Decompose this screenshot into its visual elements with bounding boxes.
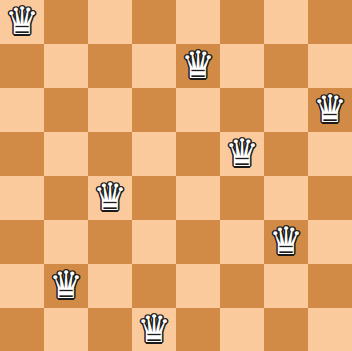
square-h4[interactable]: [308, 176, 352, 220]
square-e4[interactable]: [176, 176, 220, 220]
square-h6[interactable]: ♛: [308, 88, 352, 132]
white-queen: ♛: [269, 219, 303, 263]
square-d2[interactable]: [132, 264, 176, 308]
square-c3[interactable]: [88, 220, 132, 264]
square-d4[interactable]: [132, 176, 176, 220]
square-e2[interactable]: [176, 264, 220, 308]
square-f1[interactable]: [220, 308, 264, 351]
square-a3[interactable]: [0, 220, 44, 264]
square-a6[interactable]: [0, 88, 44, 132]
square-g3[interactable]: ♛: [264, 220, 308, 264]
square-g8[interactable]: [264, 0, 308, 44]
square-c6[interactable]: [88, 88, 132, 132]
square-g5[interactable]: [264, 132, 308, 176]
square-f3[interactable]: [220, 220, 264, 264]
square-f2[interactable]: [220, 264, 264, 308]
square-f8[interactable]: [220, 0, 264, 44]
white-queen: ♛: [313, 87, 347, 131]
white-queen: ♛: [181, 43, 215, 87]
square-d3[interactable]: [132, 220, 176, 264]
square-c4[interactable]: ♛: [88, 176, 132, 220]
square-a2[interactable]: [0, 264, 44, 308]
square-d1[interactable]: ♛: [132, 308, 176, 351]
square-e1[interactable]: [176, 308, 220, 351]
square-e3[interactable]: [176, 220, 220, 264]
square-f7[interactable]: [220, 44, 264, 88]
square-b5[interactable]: [44, 132, 88, 176]
square-e5[interactable]: [176, 132, 220, 176]
square-a8[interactable]: ♛: [0, 0, 44, 44]
square-b1[interactable]: [44, 308, 88, 351]
white-queen: ♛: [5, 0, 39, 43]
square-h1[interactable]: [308, 308, 352, 351]
square-f5[interactable]: ♛: [220, 132, 264, 176]
square-c7[interactable]: [88, 44, 132, 88]
square-h7[interactable]: [308, 44, 352, 88]
square-a1[interactable]: [0, 308, 44, 351]
chessboard: ♛♛♛♛♛♛♛♛: [0, 0, 352, 351]
square-b8[interactable]: [44, 0, 88, 44]
square-a4[interactable]: [0, 176, 44, 220]
square-d8[interactable]: [132, 0, 176, 44]
square-b6[interactable]: [44, 88, 88, 132]
square-a7[interactable]: [0, 44, 44, 88]
square-d5[interactable]: [132, 132, 176, 176]
square-h8[interactable]: [308, 0, 352, 44]
square-b7[interactable]: [44, 44, 88, 88]
square-g4[interactable]: [264, 176, 308, 220]
square-d7[interactable]: [132, 44, 176, 88]
square-e6[interactable]: [176, 88, 220, 132]
white-queen: ♛: [49, 263, 83, 307]
square-b3[interactable]: [44, 220, 88, 264]
square-c5[interactable]: [88, 132, 132, 176]
square-e7[interactable]: ♛: [176, 44, 220, 88]
square-f4[interactable]: [220, 176, 264, 220]
white-queen: ♛: [137, 307, 171, 351]
square-b2[interactable]: ♛: [44, 264, 88, 308]
square-a5[interactable]: [0, 132, 44, 176]
square-h2[interactable]: [308, 264, 352, 308]
square-c2[interactable]: [88, 264, 132, 308]
square-h5[interactable]: [308, 132, 352, 176]
square-g1[interactable]: [264, 308, 308, 351]
square-g6[interactable]: [264, 88, 308, 132]
white-queen: ♛: [93, 175, 127, 219]
square-g2[interactable]: [264, 264, 308, 308]
square-b4[interactable]: [44, 176, 88, 220]
square-c1[interactable]: [88, 308, 132, 351]
white-queen: ♛: [225, 131, 259, 175]
square-d6[interactable]: [132, 88, 176, 132]
square-f6[interactable]: [220, 88, 264, 132]
square-g7[interactable]: [264, 44, 308, 88]
square-h3[interactable]: [308, 220, 352, 264]
square-c8[interactable]: [88, 0, 132, 44]
square-e8[interactable]: [176, 0, 220, 44]
